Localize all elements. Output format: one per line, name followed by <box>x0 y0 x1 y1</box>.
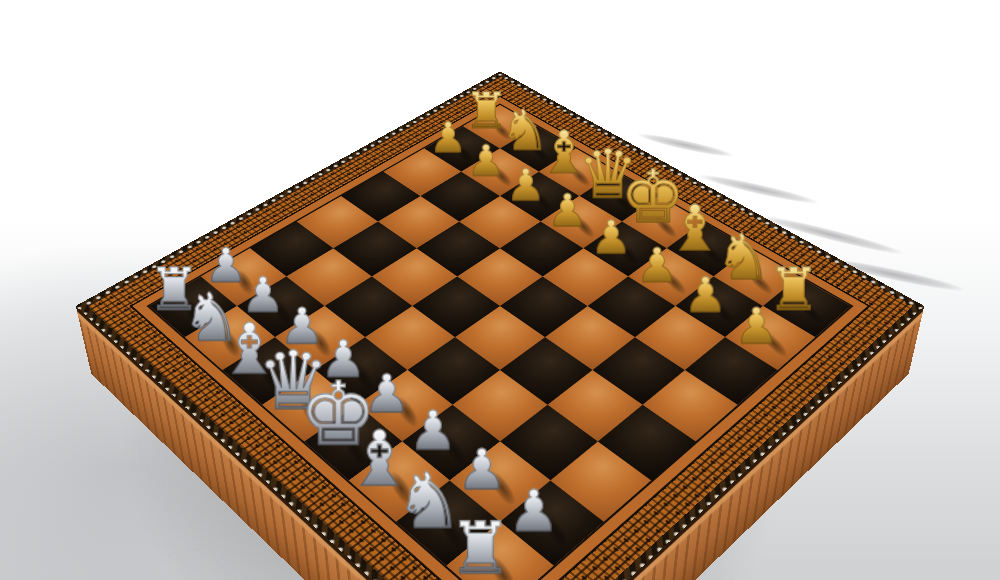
square-h5[interactable] <box>643 370 738 441</box>
studio-background: ♜♞♝♛♚♝♞♜♟♟♟♟♟♟♟♟♟♟♟♟♟♟♟♟♜♞♝♛♚♝♞♜ <box>0 0 1000 580</box>
silver-rook[interactable]: ♜ <box>442 516 519 580</box>
gold-pawn[interactable]: ♟ <box>724 303 788 349</box>
scene: ♜♞♝♛♚♝♞♜♟♟♟♟♟♟♟♟♟♟♟♟♟♟♟♟♜♞♝♛♚♝♞♜ <box>0 0 1000 580</box>
chess-case: ♜♞♝♛♚♝♞♜♟♟♟♟♟♟♟♟♟♟♟♟♟♟♟♟♜♞♝♛♚♝♞♜ <box>76 71 925 580</box>
